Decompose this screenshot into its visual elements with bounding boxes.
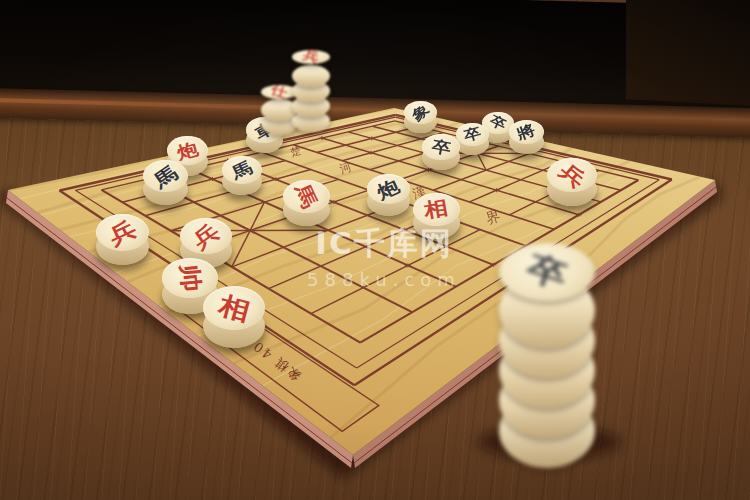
piece-face: 馬 — [143, 160, 188, 192]
xiangqi-piece-卒[interactable]: 卒 — [422, 134, 460, 176]
xiangqi-piece-相[interactable]: 相 — [203, 286, 265, 356]
piece-character: 兵 — [189, 220, 223, 252]
piece-face: 相 — [203, 286, 265, 330]
xiangqi-piece-卒[interactable]: 卒 — [456, 123, 489, 160]
piece-character: 卒 — [488, 114, 508, 133]
piece-character: 將 — [515, 122, 537, 142]
stack-top-piece: 卒 — [499, 243, 595, 301]
piece-face: 馬 — [283, 180, 330, 213]
piece-face: 將 — [509, 120, 544, 144]
xiangqi-piece-馬[interactable]: 馬 — [143, 160, 188, 211]
piece-character: 象 — [409, 101, 431, 123]
piece-face: 兵 — [180, 218, 232, 254]
piece-face: 象 — [404, 101, 437, 124]
piece-character: 相 — [422, 197, 449, 221]
piece-character: 馬 — [229, 158, 254, 181]
piece-character: 炮 — [175, 139, 200, 161]
xiangqi-piece-相[interactable]: 相 — [413, 193, 460, 246]
piece-face: 相 — [413, 193, 460, 226]
xiangqi-piece-馬[interactable]: 馬 — [283, 180, 330, 233]
piece-face: 兵 — [547, 158, 597, 192]
xiangqi-piece-將[interactable]: 將 — [509, 120, 544, 158]
piece-character: 炮 — [374, 176, 402, 202]
piece-character: 帅 — [177, 263, 202, 293]
photo-scene: 楚河漢界象棋 40 MM 象卒車將卒卒炮馬兵馬炮馬相兵兵帅相仕兵卒 IC千库网 … — [0, 0, 750, 500]
piece-character: 兵 — [556, 159, 588, 191]
xiangqi-piece-兵[interactable]: 兵 — [96, 214, 149, 273]
piece-face: 兵 — [96, 214, 149, 251]
xiangqi-piece-炮[interactable]: 炮 — [367, 174, 410, 222]
captured-stack[interactable]: 兵 — [292, 50, 330, 134]
piece-character: 相 — [216, 292, 253, 325]
stack-top-piece: 兵 — [292, 50, 330, 64]
piece-face: 炮 — [367, 174, 410, 204]
xiangqi-piece-象[interactable]: 象 — [404, 101, 437, 138]
piece-character: 卒 — [430, 138, 451, 157]
piece-character: 卒 — [462, 125, 482, 143]
piece-character: 馬 — [292, 181, 320, 211]
xiangqi-piece-兵[interactable]: 兵 — [547, 158, 597, 212]
piece-character: 兵 — [105, 216, 139, 247]
piece-face: 卒 — [456, 123, 489, 146]
piece-character: 兵 — [301, 47, 321, 68]
piece-character: 卒 — [521, 245, 573, 299]
piece-face: 卒 — [422, 134, 460, 160]
piece-character: 馬 — [150, 162, 180, 191]
xiangqi-piece-馬[interactable]: 馬 — [222, 156, 262, 201]
captured-stack[interactable]: 卒 — [499, 243, 595, 461]
piece-face: 馬 — [222, 156, 262, 184]
